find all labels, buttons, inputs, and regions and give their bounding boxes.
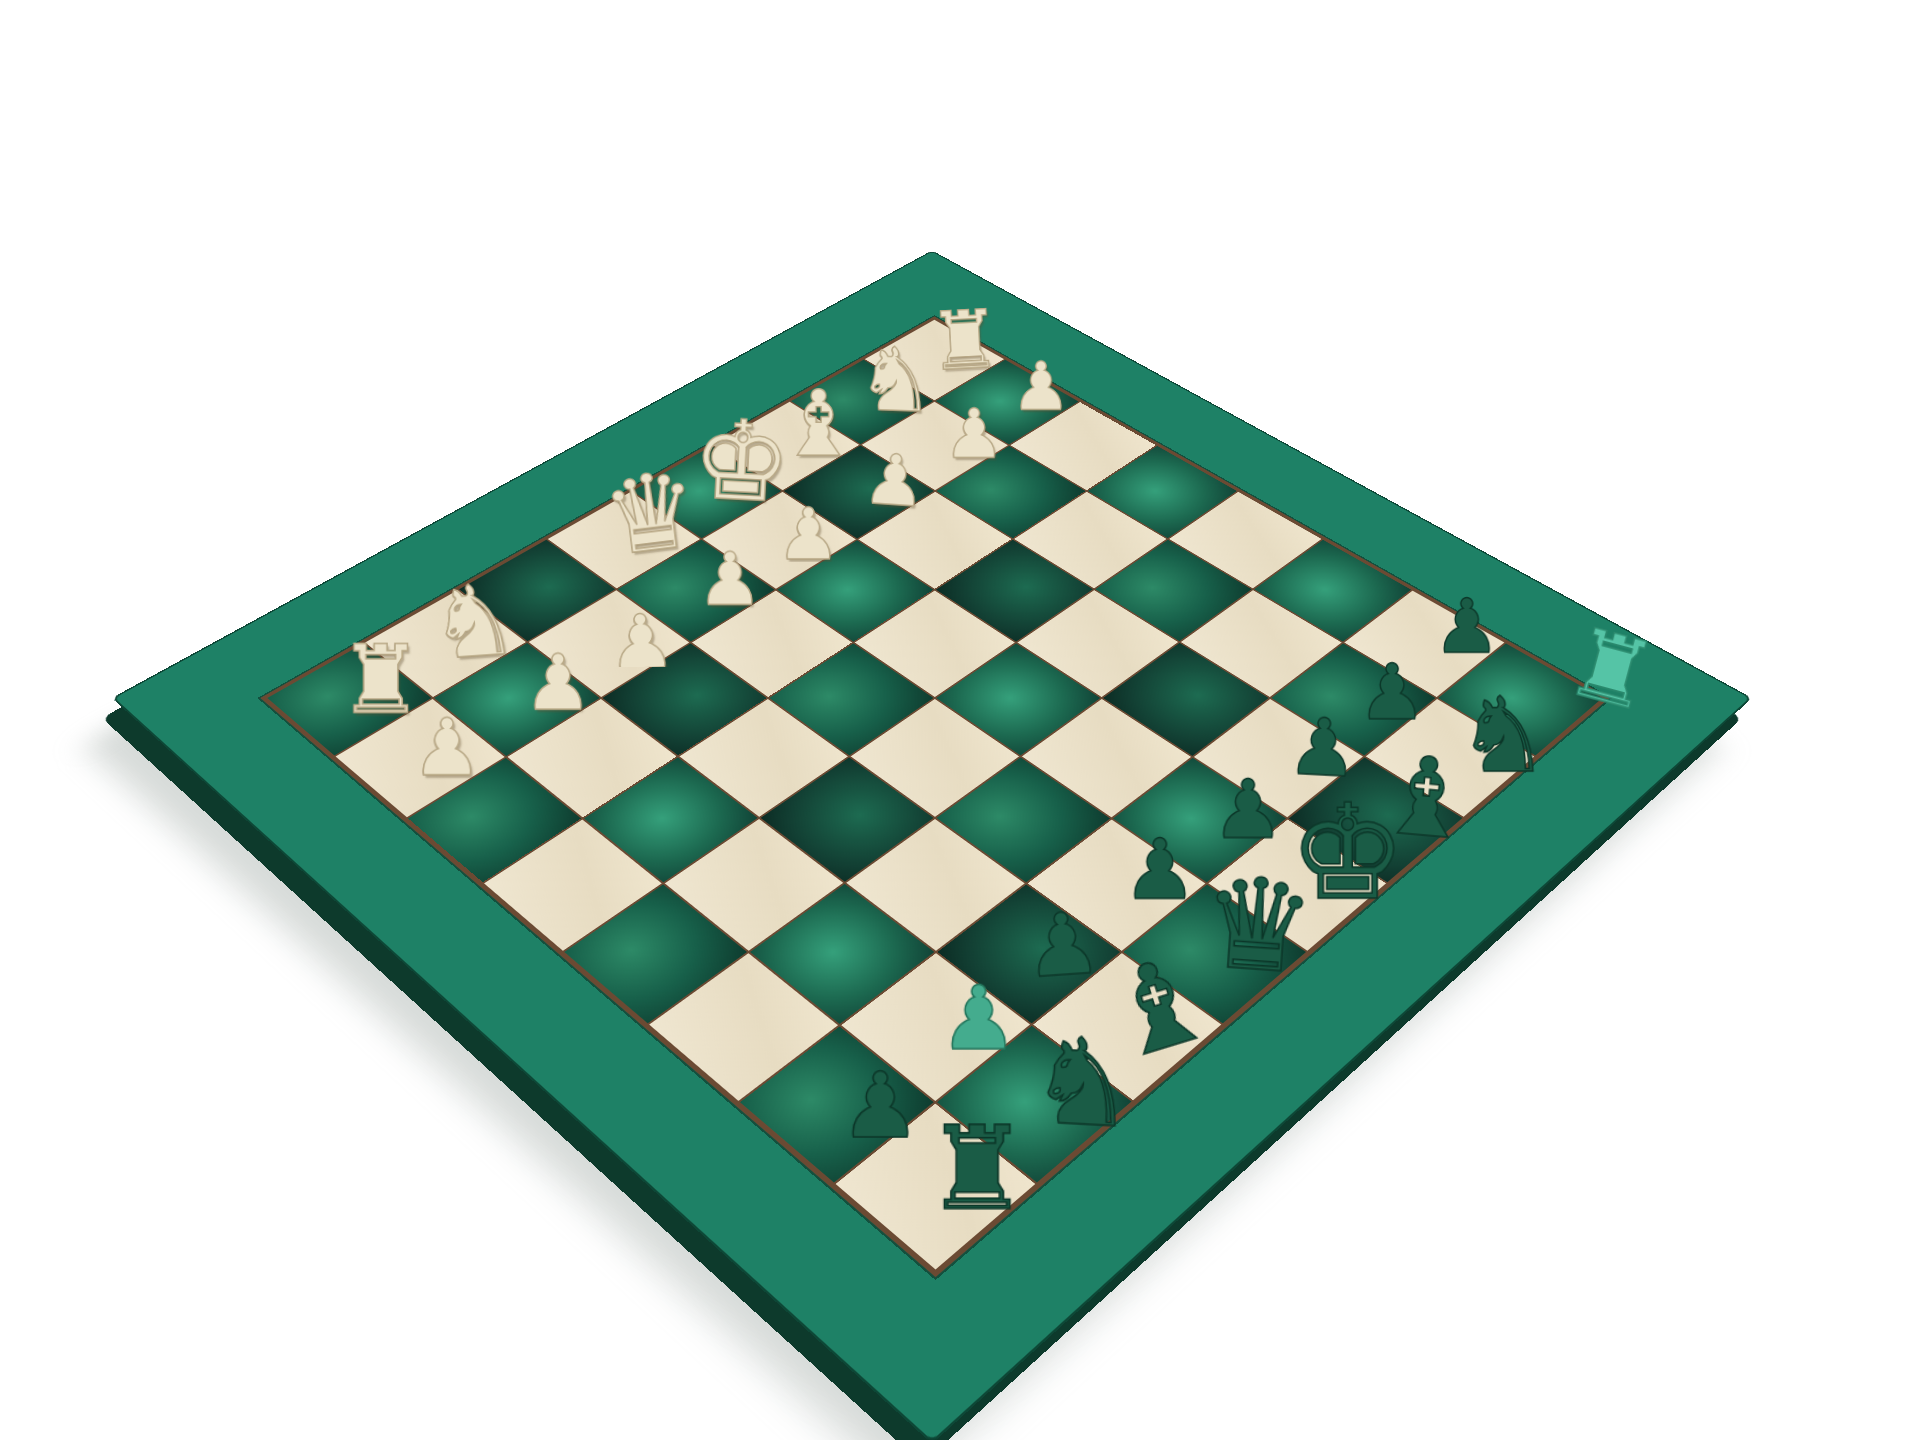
pawn-glyph: ♟ [1433, 582, 1500, 670]
green-knight-b8: ♞ [1011, 1025, 1156, 1142]
king-glyph: ♚ [689, 395, 794, 527]
square-g4 [1014, 492, 1167, 589]
chess-set-photo: ♜♞♛♚♝♞♜♟♟♟♟♟♟♟♟♟♟♟♟♟♟♟♟♜♞♝♛♚♝♞♜ [352, 118, 1512, 1278]
square-b3 [507, 699, 676, 817]
pawn-glyph: ♟ [524, 637, 593, 727]
green-pawn-g7: ♟ [1333, 657, 1451, 728]
square-c8: ♝ [1033, 953, 1221, 1100]
square-c2: ♟ [528, 590, 688, 697]
rook-glyph: ♜ [925, 1101, 1029, 1236]
square-a4 [484, 819, 662, 951]
white-king-e1: ♚ [686, 409, 798, 516]
square-f8: ♝ [1289, 758, 1462, 883]
square-g1: ♞ [791, 360, 934, 444]
white-pawn-a2: ♟ [387, 711, 508, 784]
green-rook-a8: ♜ [905, 1116, 1048, 1223]
green-pawn-h7: ♟ [1410, 592, 1525, 661]
square-a3 [408, 758, 581, 883]
pawn-glyph: ♟ [1212, 762, 1285, 857]
green-pawn-e7: ♟ [1186, 773, 1310, 848]
white-pawn-d2: ♟ [674, 546, 786, 613]
green-rook-h8: ♜ [1543, 613, 1679, 728]
white-rook-a1: ♜ [322, 637, 440, 724]
chess-board-grid: ♜♞♛♚♝♞♜♟♟♟♟♟♟♟♟♟♟♟♟♟♟♟♟♜♞♝♛♚♝♞♜ [267, 320, 1602, 1270]
square-e8: ♚ [1208, 819, 1386, 951]
square-h2: ♟ [936, 360, 1079, 444]
square-c1 [459, 540, 615, 642]
square-g6 [1181, 590, 1341, 697]
white-knight-b1: ♞ [414, 573, 535, 672]
green-pawn-d7: ♟ [1096, 832, 1223, 909]
board-slab-side [102, 270, 1742, 1440]
square-h8: ♜ [1438, 643, 1602, 755]
queen-glyph: ♛ [1197, 848, 1320, 1002]
bishop-glyph: ♝ [1372, 729, 1480, 864]
green-pawn-b7: ♟ [912, 978, 1047, 1059]
green-pawn-f7: ♟ [1261, 708, 1385, 787]
square-b6 [751, 884, 934, 1023]
rook-glyph: ♜ [926, 292, 1003, 389]
square-f4 [936, 540, 1092, 642]
square-c6 [846, 819, 1024, 951]
square-c3 [602, 643, 766, 755]
square-a8: ♜ [835, 1103, 1035, 1269]
square-g7: ♟ [1271, 643, 1435, 755]
square-g2: ♟ [862, 402, 1008, 490]
square-g8: ♞ [1365, 699, 1534, 817]
square-e5 [936, 643, 1100, 755]
pawn-glyph: ♟ [412, 701, 483, 793]
pawn-glyph: ♟ [1123, 821, 1198, 919]
square-h7: ♟ [1344, 590, 1504, 697]
square-d4 [769, 643, 933, 755]
square-h1: ♜ [865, 320, 1005, 401]
white-pawn-c2: ♟ [582, 605, 700, 680]
square-h3 [1010, 402, 1156, 490]
king-glyph: ♚ [1289, 776, 1407, 928]
square-e4 [855, 590, 1015, 697]
square-d5 [851, 699, 1020, 817]
square-d1: ♛ [548, 492, 701, 589]
square-d3 [692, 590, 852, 697]
white-queen-d1: ♛ [590, 459, 710, 568]
square-g5 [1095, 540, 1251, 642]
square-c5 [760, 758, 933, 883]
pawn-glyph: ♟ [861, 437, 929, 523]
square-a1: ♜ [267, 643, 431, 755]
pawn-glyph: ♟ [840, 1052, 922, 1159]
square-d6 [936, 758, 1109, 883]
square-h4 [1088, 446, 1237, 538]
square-g3 [936, 446, 1085, 538]
square-b4 [584, 758, 757, 883]
rook-glyph: ♜ [338, 624, 423, 734]
square-a7: ♟ [740, 1026, 934, 1182]
knight-glyph: ♞ [1457, 675, 1550, 796]
pawn-glyph: ♟ [1011, 347, 1071, 425]
knight-glyph: ♞ [855, 328, 937, 433]
square-b8: ♞ [937, 1026, 1131, 1182]
square-h6 [1254, 540, 1410, 642]
queen-glyph: ♛ [596, 447, 704, 580]
pawn-glyph: ♟ [776, 492, 840, 576]
malachite-board-frame: ♜♞♛♚♝♞♜♟♟♟♟♟♟♟♟♟♟♟♟♟♟♟♟♜♞♝♛♚♝♞♜ [112, 250, 1752, 1440]
white-knight-g1: ♞ [843, 338, 948, 422]
pawn-glyph: ♟ [943, 394, 1004, 474]
square-e7: ♟ [1113, 758, 1286, 883]
square-d7: ♟ [1027, 819, 1205, 951]
square-e3 [777, 540, 933, 642]
pawn-glyph: ♟ [940, 966, 1019, 1069]
white-pawn-b2: ♟ [499, 647, 617, 718]
product-photo-page: { "game": "chess", "scene": "overhead an… [0, 0, 1920, 1440]
square-b5 [665, 819, 843, 951]
rook-glyph: ♜ [1556, 605, 1667, 734]
square-d8: ♛ [1123, 884, 1306, 1023]
square-e1: ♚ [632, 446, 781, 538]
green-queen-d8: ♛ [1189, 863, 1328, 988]
pawn-glyph: ♟ [697, 536, 763, 622]
white-pawn-f2: ♟ [839, 445, 950, 516]
square-f2: ♟ [784, 446, 933, 538]
square-f3 [858, 492, 1011, 589]
square-c4 [679, 699, 848, 817]
square-h5 [1169, 492, 1322, 589]
square-b7: ♟ [841, 953, 1029, 1100]
pawn-glyph: ♟ [1021, 892, 1105, 998]
square-f1: ♝ [713, 402, 859, 490]
pawn-glyph: ♟ [1358, 647, 1427, 737]
square-a5 [564, 884, 747, 1023]
square-c7: ♟ [937, 884, 1120, 1023]
pawn-glyph: ♟ [1286, 699, 1361, 795]
square-f7: ♟ [1194, 699, 1363, 817]
green-bishop-c8: ♝ [1077, 935, 1238, 1079]
square-e2: ♟ [703, 492, 856, 589]
white-pawn-h2: ♟ [990, 356, 1092, 417]
green-knight-g8: ♞ [1443, 688, 1564, 784]
square-a2: ♟ [336, 699, 505, 817]
green-king-e8: ♚ [1284, 793, 1411, 914]
green-pawn-c7: ♟ [995, 902, 1131, 990]
pawn-glyph: ♟ [605, 597, 677, 688]
white-pawn-g2: ♟ [922, 403, 1026, 466]
square-a6 [649, 953, 837, 1100]
board-cast-shadow [82, 296, 1722, 1440]
square-f5 [1018, 590, 1178, 697]
green-pawn-a7: ♟ [811, 1064, 950, 1148]
square-d2: ♟ [618, 540, 774, 642]
white-rook-h1: ♜ [913, 301, 1016, 380]
bishop-glyph: ♝ [778, 370, 860, 477]
white-bishop-f1: ♝ [766, 382, 870, 466]
square-f6 [1103, 643, 1267, 755]
bishop-glyph: ♝ [1086, 925, 1228, 1088]
white-pawn-e2: ♟ [754, 502, 863, 568]
knight-glyph: ♞ [426, 561, 522, 682]
square-b1: ♞ [365, 590, 525, 697]
green-bishop-f8: ♝ [1360, 742, 1492, 853]
square-e6 [1022, 699, 1191, 817]
knight-glyph: ♞ [1026, 1010, 1140, 1155]
square-b2: ♟ [435, 643, 599, 755]
